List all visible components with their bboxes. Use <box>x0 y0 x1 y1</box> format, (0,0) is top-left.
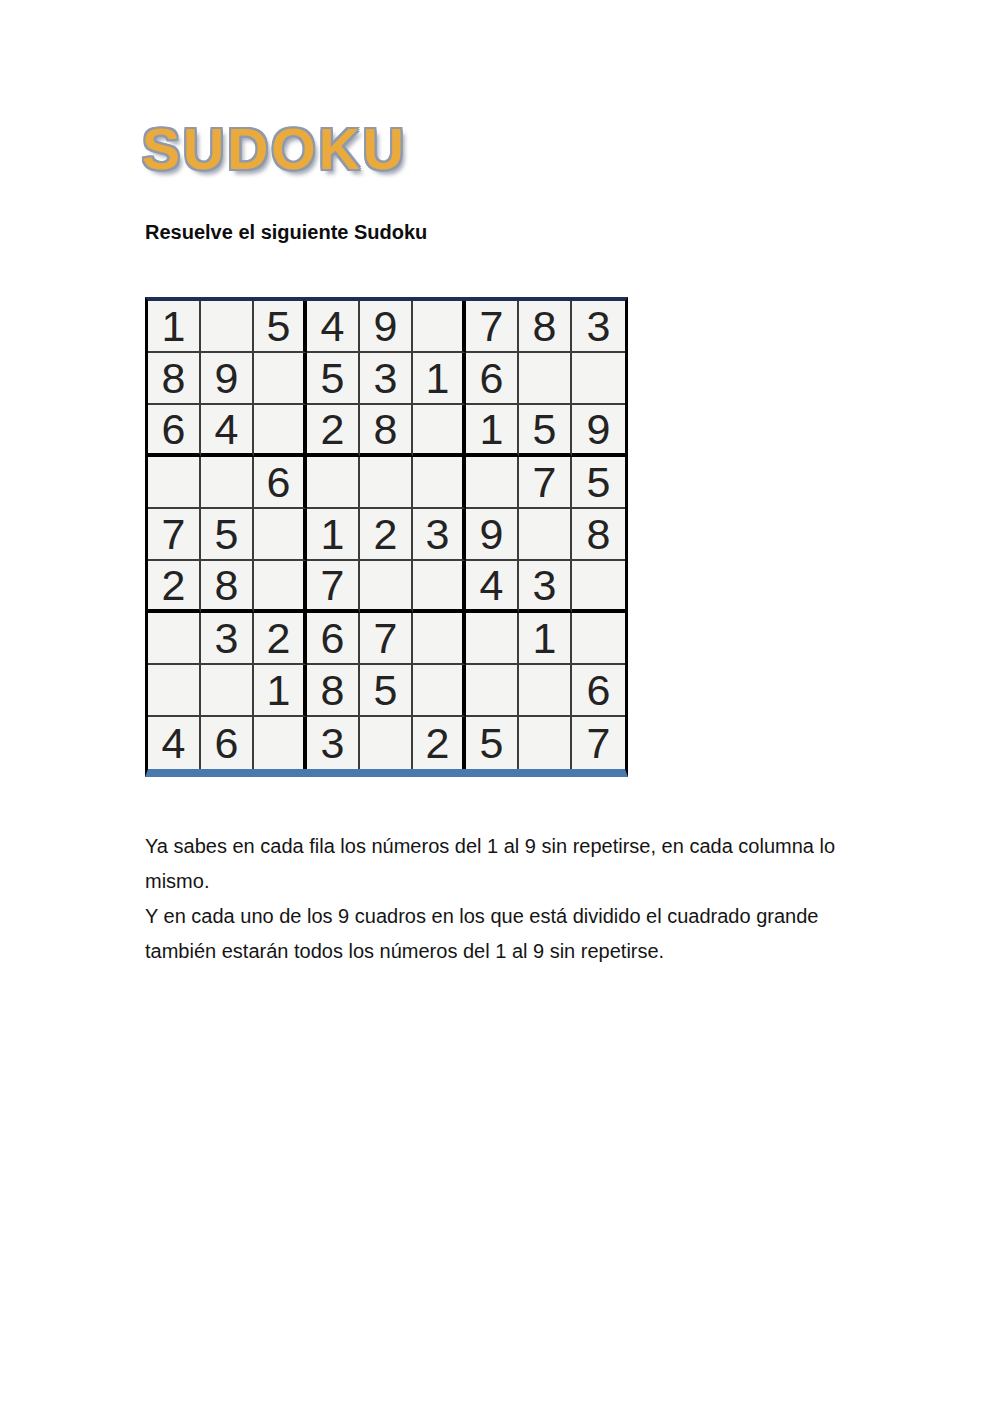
sudoku-cell: 7 <box>148 509 201 561</box>
sudoku-cell: 6 <box>572 665 625 717</box>
sudoku-cell: 8 <box>360 405 413 457</box>
sudoku-cell[interactable] <box>413 301 466 353</box>
sudoku-cell[interactable] <box>413 613 466 665</box>
sudoku-cell[interactable] <box>201 665 254 717</box>
sudoku-cell: 8 <box>519 301 572 353</box>
sudoku-board: 1549783895316642815967575123982874332671… <box>145 297 628 777</box>
sudoku-cell: 3 <box>360 353 413 405</box>
sudoku-cell[interactable] <box>413 457 466 509</box>
sudoku-cell: 1 <box>413 353 466 405</box>
sudoku-cell: 8 <box>572 509 625 561</box>
sudoku-cell: 7 <box>307 561 360 613</box>
sudoku-cell[interactable] <box>466 665 519 717</box>
sudoku-cell: 7 <box>360 613 413 665</box>
sudoku-cell: 6 <box>201 717 254 769</box>
sudoku-cell: 2 <box>307 405 360 457</box>
sudoku-cell[interactable] <box>572 353 625 405</box>
sudoku-cell[interactable] <box>360 717 413 769</box>
sudoku-cell[interactable] <box>360 457 413 509</box>
sudoku-cell: 6 <box>307 613 360 665</box>
sudoku-cell: 8 <box>201 561 254 613</box>
sudoku-cell: 9 <box>572 405 625 457</box>
sudoku-cell[interactable] <box>519 665 572 717</box>
sudoku-cell[interactable] <box>466 457 519 509</box>
sudoku-cell[interactable] <box>466 613 519 665</box>
sudoku-cell: 1 <box>307 509 360 561</box>
sudoku-cell[interactable] <box>254 353 307 405</box>
rules-paragraph-boxes: Y en cada uno de los 9 cuadros en los qu… <box>145 899 867 969</box>
sudoku-cell: 5 <box>201 509 254 561</box>
sudoku-cell[interactable] <box>307 457 360 509</box>
sudoku-cell[interactable] <box>254 561 307 613</box>
sudoku-cell[interactable] <box>201 457 254 509</box>
sudoku-cell: 2 <box>148 561 201 613</box>
sudoku-cell: 3 <box>413 509 466 561</box>
rules-paragraph-rows-columns: Ya sabes en cada fila los números del 1 … <box>145 829 867 899</box>
instruction-heading: Resuelve el siguiente Sudoku <box>145 221 427 244</box>
sudoku-cell: 4 <box>148 717 201 769</box>
worksheet-page: SUDOKU Resuelve el siguiente Sudoku 1549… <box>0 0 1000 1413</box>
sudoku-cell: 9 <box>360 301 413 353</box>
page-title: SUDOKU <box>142 116 407 182</box>
sudoku-cell: 1 <box>519 613 572 665</box>
sudoku-cell: 5 <box>360 665 413 717</box>
sudoku-cell[interactable] <box>254 717 307 769</box>
sudoku-cell: 4 <box>201 405 254 457</box>
sudoku-cell: 9 <box>466 509 519 561</box>
sudoku-cell[interactable] <box>254 405 307 457</box>
sudoku-cell: 5 <box>254 301 307 353</box>
sudoku-cell[interactable] <box>360 561 413 613</box>
sudoku-cell: 8 <box>148 353 201 405</box>
sudoku-cell: 1 <box>466 405 519 457</box>
sudoku-cell: 9 <box>201 353 254 405</box>
sudoku-cell[interactable] <box>519 353 572 405</box>
sudoku-cell[interactable] <box>254 509 307 561</box>
sudoku-cell: 6 <box>466 353 519 405</box>
sudoku-cell: 1 <box>148 301 201 353</box>
sudoku-cell[interactable] <box>201 301 254 353</box>
sudoku-cell: 7 <box>519 457 572 509</box>
sudoku-cell: 5 <box>307 353 360 405</box>
sudoku-cell: 3 <box>201 613 254 665</box>
sudoku-cell: 2 <box>254 613 307 665</box>
sudoku-cell[interactable] <box>413 665 466 717</box>
sudoku-cell[interactable] <box>572 613 625 665</box>
sudoku-cell: 4 <box>466 561 519 613</box>
sudoku-cell: 5 <box>466 717 519 769</box>
sudoku-cell: 2 <box>360 509 413 561</box>
sudoku-cell: 2 <box>413 717 466 769</box>
sudoku-cell[interactable] <box>148 665 201 717</box>
sudoku-cell: 5 <box>572 457 625 509</box>
sudoku-cell: 1 <box>254 665 307 717</box>
sudoku-cell: 7 <box>572 717 625 769</box>
sudoku-cell: 3 <box>572 301 625 353</box>
sudoku-cell[interactable] <box>519 509 572 561</box>
sudoku-cell[interactable] <box>148 457 201 509</box>
sudoku-cell: 8 <box>307 665 360 717</box>
sudoku-cell[interactable] <box>148 613 201 665</box>
sudoku-cell: 5 <box>519 405 572 457</box>
sudoku-cell[interactable] <box>413 561 466 613</box>
sudoku-cell[interactable] <box>572 561 625 613</box>
sudoku-cell: 3 <box>519 561 572 613</box>
sudoku-cell: 3 <box>307 717 360 769</box>
sudoku-cell[interactable] <box>519 717 572 769</box>
sudoku-cell[interactable] <box>413 405 466 457</box>
sudoku-cell: 6 <box>254 457 307 509</box>
sudoku-cell: 7 <box>466 301 519 353</box>
sudoku-cell: 6 <box>148 405 201 457</box>
sudoku-cell: 4 <box>307 301 360 353</box>
